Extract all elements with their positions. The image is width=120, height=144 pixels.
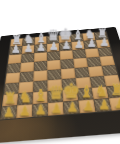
square-a4 xyxy=(5,72,20,83)
piece-gold-pawn: ♟ xyxy=(2,105,14,119)
piece-silver-pawn: ♟ xyxy=(86,38,96,49)
piece-silver-pawn: ♟ xyxy=(48,41,58,52)
square-g7: ♟ xyxy=(83,40,97,49)
square-h4 xyxy=(102,65,118,76)
photo-scene: ♜♞♝♛♚♝♞♜♟♟♟♟♟♟♟♟♜♞♝♛♚♝♞♜♟♟♟♟♟♟♟♟ xyxy=(0,0,120,144)
square-g6 xyxy=(85,48,100,58)
piece-gold-pawn: ♟ xyxy=(98,98,110,112)
piece-gold-pawn: ♟ xyxy=(114,97,120,111)
chess-set-photo: ♜♞♝♛♚♝♞♜♟♟♟♟♟♟♟♟♜♞♝♛♚♝♞♜♟♟♟♟♟♟♟♟ xyxy=(0,0,120,144)
piece-silver-pawn: ♟ xyxy=(23,43,33,54)
piece-silver-pawn: ♟ xyxy=(99,37,109,48)
piece-gold-pawn: ♟ xyxy=(50,102,62,116)
square-d1: ♟ xyxy=(48,102,64,116)
square-c7: ♟ xyxy=(34,44,47,53)
square-b7: ♟ xyxy=(22,45,35,54)
piece-silver-pawn: ♟ xyxy=(11,44,21,55)
board-grid: ♜♞♝♛♚♝♞♜♟♟♟♟♟♟♟♟♜♞♝♛♚♝♞♜♟♟♟♟♟♟♟♟ xyxy=(0,31,120,121)
square-f1: ♟ xyxy=(78,99,95,113)
square-g1: ♟ xyxy=(94,98,112,112)
square-b1: ♟ xyxy=(16,104,32,118)
piece-silver-pawn: ♟ xyxy=(36,42,46,53)
square-c5 xyxy=(34,61,48,71)
square-a7: ♟ xyxy=(9,46,22,55)
chess-board: ♜♞♝♛♚♝♞♜♟♟♟♟♟♟♟♟♜♞♝♛♚♝♞♜♟♟♟♟♟♟♟♟ xyxy=(0,27,120,144)
piece-silver-pawn: ♟ xyxy=(61,40,71,51)
square-c4 xyxy=(33,70,47,81)
square-c1: ♟ xyxy=(32,103,48,117)
piece-gold-pawn: ♟ xyxy=(18,104,30,118)
square-f7: ♟ xyxy=(71,41,85,50)
piece-gold-pawn: ♟ xyxy=(34,103,46,117)
piece-gold-pawn: ♟ xyxy=(66,100,78,114)
square-h7: ♟ xyxy=(96,39,110,48)
piece-silver-pawn: ♟ xyxy=(74,39,84,50)
square-e7: ♟ xyxy=(59,42,72,51)
square-d7: ♟ xyxy=(47,43,60,52)
square-e6 xyxy=(60,50,74,60)
square-e1: ♟ xyxy=(63,101,80,115)
piece-gold-pawn: ♟ xyxy=(82,99,94,113)
square-a1: ♟ xyxy=(0,105,17,119)
